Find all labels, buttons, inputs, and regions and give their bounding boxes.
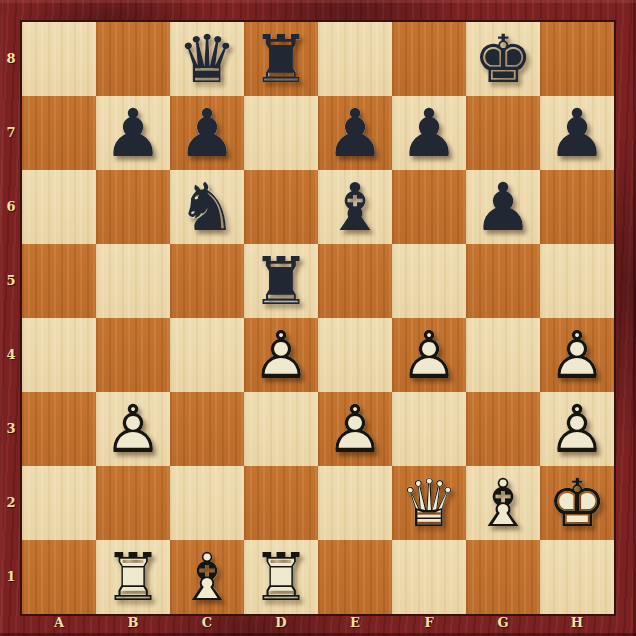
square-g4[interactable] [466,318,540,392]
file-label-h: H [540,612,614,636]
square-g3[interactable] [466,392,540,466]
square-a7[interactable] [22,96,96,170]
rank-label-3: 3 [0,392,22,466]
white-piece-outline: ♗ [466,466,540,540]
black-pawn[interactable]: ♙♟ [318,96,392,170]
white-pawn[interactable]: ♟♙ [244,318,318,392]
square-g8[interactable]: ♔♚ [466,22,540,96]
square-f4[interactable]: ♟♙ [392,318,466,392]
white-king[interactable]: ♚♔ [540,466,614,540]
square-d2[interactable] [244,466,318,540]
black-piece-body: ♝ [318,170,392,244]
square-f3[interactable] [392,392,466,466]
square-e1[interactable] [318,540,392,614]
white-piece-outline: ♙ [540,392,614,466]
file-label-a: A [22,612,96,636]
black-piece-body: ♟ [318,96,392,170]
square-h2[interactable]: ♚♔ [540,466,614,540]
square-g6[interactable]: ♙♟ [466,170,540,244]
black-queen[interactable]: ♕♛ [170,22,244,96]
square-g5[interactable] [466,244,540,318]
square-c3[interactable] [170,392,244,466]
white-piece-outline: ♙ [318,392,392,466]
square-b4[interactable] [96,318,170,392]
square-e8[interactable] [318,22,392,96]
file-label-e: E [318,612,392,636]
black-piece-body: ♛ [170,22,244,96]
square-e5[interactable] [318,244,392,318]
square-b1[interactable]: ♜♖ [96,540,170,614]
black-rook[interactable]: ♖♜ [244,22,318,96]
chess-board[interactable]: ♕♛♖♜♔♚♙♟♙♟♙♟♙♟♙♟♘♞♗♝♙♟♖♜♟♙♟♙♟♙♟♙♟♙♟♙♛♕♝♗… [22,22,614,614]
white-queen[interactable]: ♛♕ [392,466,466,540]
square-f1[interactable] [392,540,466,614]
white-piece-outline: ♕ [392,466,466,540]
file-label-g: G [466,612,540,636]
square-c7[interactable]: ♙♟ [170,96,244,170]
black-pawn[interactable]: ♙♟ [392,96,466,170]
square-h3[interactable]: ♟♙ [540,392,614,466]
square-a4[interactable] [22,318,96,392]
rank-label-4: 4 [0,318,22,392]
square-d3[interactable] [244,392,318,466]
black-piece-body: ♚ [466,22,540,96]
square-e7[interactable]: ♙♟ [318,96,392,170]
rank-label-5: 5 [0,244,22,318]
square-d1[interactable]: ♜♖ [244,540,318,614]
white-pawn[interactable]: ♟♙ [540,392,614,466]
white-pawn[interactable]: ♟♙ [392,318,466,392]
black-bishop[interactable]: ♗♝ [318,170,392,244]
rank-label-8: 8 [0,22,22,96]
square-g7[interactable] [466,96,540,170]
square-d4[interactable]: ♟♙ [244,318,318,392]
square-f2[interactable]: ♛♕ [392,466,466,540]
square-f8[interactable] [392,22,466,96]
file-label-c: C [170,612,244,636]
square-b3[interactable]: ♟♙ [96,392,170,466]
black-piece-body: ♞ [170,170,244,244]
black-knight[interactable]: ♘♞ [170,170,244,244]
square-e4[interactable] [318,318,392,392]
square-h6[interactable] [540,170,614,244]
square-c4[interactable] [170,318,244,392]
square-c5[interactable] [170,244,244,318]
rank-label-7: 7 [0,96,22,170]
square-d8[interactable]: ♖♜ [244,22,318,96]
black-piece-body: ♟ [466,170,540,244]
file-label-f: F [392,612,466,636]
white-piece-outline: ♙ [96,392,170,466]
board-frame: ♕♛♖♜♔♚♙♟♙♟♙♟♙♟♙♟♘♞♗♝♙♟♖♜♟♙♟♙♟♙♟♙♟♙♟♙♛♕♝♗… [0,0,636,636]
square-a6[interactable] [22,170,96,244]
square-b8[interactable] [96,22,170,96]
white-piece-outline: ♙ [244,318,318,392]
square-c1[interactable]: ♝♗ [170,540,244,614]
square-f7[interactable]: ♙♟ [392,96,466,170]
square-c6[interactable]: ♘♞ [170,170,244,244]
square-c2[interactable] [170,466,244,540]
square-b6[interactable] [96,170,170,244]
black-piece-body: ♜ [244,22,318,96]
square-g1[interactable] [466,540,540,614]
square-a1[interactable] [22,540,96,614]
white-bishop[interactable]: ♝♗ [466,466,540,540]
square-h5[interactable] [540,244,614,318]
white-rook[interactable]: ♜♖ [244,540,318,614]
black-pawn[interactable]: ♙♟ [96,96,170,170]
square-d5[interactable]: ♖♜ [244,244,318,318]
black-piece-body: ♟ [540,96,614,170]
square-b5[interactable] [96,244,170,318]
white-piece-outline: ♖ [244,540,318,614]
white-piece-outline: ♙ [392,318,466,392]
black-pawn[interactable]: ♙♟ [466,170,540,244]
rank-label-1: 1 [0,540,22,614]
square-f6[interactable] [392,170,466,244]
white-rook[interactable]: ♜♖ [96,540,170,614]
square-g2[interactable]: ♝♗ [466,466,540,540]
square-e2[interactable] [318,466,392,540]
square-c8[interactable]: ♕♛ [170,22,244,96]
white-bishop[interactable]: ♝♗ [170,540,244,614]
square-e3[interactable]: ♟♙ [318,392,392,466]
square-h1[interactable] [540,540,614,614]
square-h8[interactable] [540,22,614,96]
square-b2[interactable] [96,466,170,540]
white-pawn[interactable]: ♟♙ [96,392,170,466]
black-king[interactable]: ♔♚ [466,22,540,96]
black-piece-body: ♟ [392,96,466,170]
black-piece-body: ♜ [244,244,318,318]
square-b7[interactable]: ♙♟ [96,96,170,170]
white-pawn[interactable]: ♟♙ [540,318,614,392]
black-piece-body: ♟ [170,96,244,170]
rank-label-2: 2 [0,466,22,540]
white-piece-outline: ♗ [170,540,244,614]
square-h7[interactable]: ♙♟ [540,96,614,170]
square-a2[interactable] [22,466,96,540]
white-piece-outline: ♖ [96,540,170,614]
square-e6[interactable]: ♗♝ [318,170,392,244]
square-h4[interactable]: ♟♙ [540,318,614,392]
black-pawn[interactable]: ♙♟ [170,96,244,170]
rank-label-6: 6 [0,170,22,244]
square-d7[interactable] [244,96,318,170]
square-f5[interactable] [392,244,466,318]
black-rook[interactable]: ♖♜ [244,244,318,318]
file-label-b: B [96,612,170,636]
square-a8[interactable] [22,22,96,96]
black-piece-body: ♟ [96,96,170,170]
square-a3[interactable] [22,392,96,466]
white-piece-outline: ♙ [540,318,614,392]
square-d6[interactable] [244,170,318,244]
white-pawn[interactable]: ♟♙ [318,392,392,466]
square-a5[interactable] [22,244,96,318]
file-label-d: D [244,612,318,636]
black-pawn[interactable]: ♙♟ [540,96,614,170]
white-piece-outline: ♔ [540,466,614,540]
